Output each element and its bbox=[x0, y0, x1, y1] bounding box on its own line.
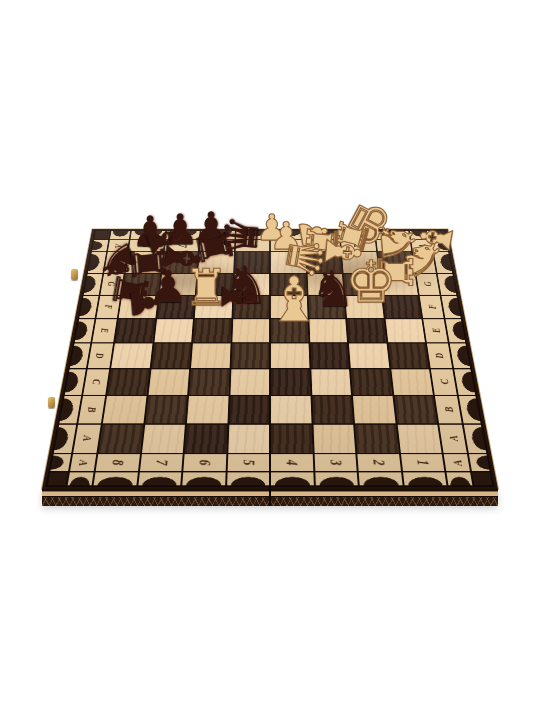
square-b6 bbox=[187, 396, 228, 423]
scallop-ornament bbox=[315, 472, 358, 485]
dark-bishop-piece: ♝ bbox=[214, 277, 259, 318]
label-glyph: C bbox=[437, 379, 450, 384]
square-d6 bbox=[191, 343, 230, 367]
scallop-ornament bbox=[138, 472, 181, 485]
square-c3 bbox=[311, 369, 351, 395]
square-a5 bbox=[228, 424, 269, 452]
square-c4 bbox=[271, 369, 310, 395]
scallop-ornament bbox=[271, 472, 313, 485]
rank-label-right-A: A bbox=[439, 424, 467, 452]
file-label-bottom-7: 7 bbox=[140, 454, 183, 471]
square-e8 bbox=[115, 319, 155, 342]
scallop-ornament bbox=[65, 369, 86, 395]
label-glyph: 2 bbox=[371, 460, 387, 466]
border-corner bbox=[472, 472, 492, 485]
file-label-bottom-4: 4 bbox=[271, 454, 313, 471]
label-glyph: C bbox=[90, 379, 103, 384]
square-c8 bbox=[107, 369, 149, 395]
scallop-ornament bbox=[227, 472, 269, 485]
product-photo-scene: A87654321AHHGGFFEEDDCCBBAAA87654321A ♟♟♟… bbox=[0, 0, 540, 720]
label-glyph: D bbox=[94, 353, 106, 358]
square-e2 bbox=[347, 319, 386, 342]
light-bishop-piece: ♝ bbox=[266, 269, 322, 331]
front-edge-fold-seam bbox=[269, 489, 271, 506]
square-a8 bbox=[98, 424, 142, 452]
label-glyph: E bbox=[429, 328, 441, 333]
scallop-ornament bbox=[79, 296, 98, 318]
square-d8 bbox=[111, 343, 152, 367]
scallop-ornament bbox=[359, 472, 402, 485]
square-b5 bbox=[229, 396, 269, 423]
rank-label-right-C: C bbox=[431, 369, 457, 395]
label-glyph: 5 bbox=[240, 460, 256, 466]
file-label-bottom-5: 5 bbox=[227, 454, 269, 471]
scallop-ornament bbox=[75, 319, 95, 342]
corner-ornament-label: A bbox=[70, 454, 96, 471]
square-e5 bbox=[232, 319, 269, 342]
brass-clasp bbox=[71, 269, 78, 280]
brass-clasp bbox=[48, 397, 55, 408]
label-glyph: B bbox=[442, 407, 455, 413]
board-front-edge bbox=[42, 489, 498, 506]
square-b4 bbox=[271, 396, 311, 423]
label-glyph: E bbox=[99, 328, 111, 333]
square-d5 bbox=[231, 343, 269, 367]
label-glyph: A bbox=[446, 436, 459, 442]
rank-label-right-B: B bbox=[435, 396, 462, 423]
label-glyph: D bbox=[433, 353, 445, 358]
square-c1 bbox=[391, 369, 433, 395]
rank-label-right-E: E bbox=[423, 319, 448, 342]
square-e7 bbox=[154, 319, 193, 342]
file-label-bottom-8: 8 bbox=[96, 454, 140, 471]
square-d7 bbox=[151, 343, 191, 367]
rank-label-right-D: D bbox=[427, 343, 452, 367]
square-d4 bbox=[271, 343, 309, 367]
square-e6 bbox=[193, 319, 231, 342]
scallop-ornament bbox=[68, 472, 94, 485]
square-b2 bbox=[353, 396, 395, 423]
scallop-ornament bbox=[450, 343, 470, 367]
file-label-bottom-2: 2 bbox=[357, 454, 400, 471]
scallop-ornament bbox=[182, 472, 225, 485]
label-glyph: A bbox=[80, 436, 93, 442]
square-b3 bbox=[312, 396, 353, 423]
scallop-ornament bbox=[403, 472, 447, 485]
file-label-bottom-1: 1 bbox=[401, 454, 445, 471]
label-glyph: 4 bbox=[284, 460, 300, 466]
square-a7 bbox=[142, 424, 185, 452]
file-label-bottom-6: 6 bbox=[183, 454, 225, 471]
rank-label-left-C: C bbox=[83, 369, 109, 395]
square-a1 bbox=[397, 424, 441, 452]
rank-label-right-F: F bbox=[420, 296, 444, 318]
square-d2 bbox=[349, 343, 389, 367]
square-c7 bbox=[148, 369, 189, 395]
label-glyph: 3 bbox=[327, 460, 343, 466]
scallop-ornament bbox=[70, 343, 90, 367]
square-a4 bbox=[271, 424, 312, 452]
scallop-ornament bbox=[94, 472, 138, 485]
label-glyph: 8 bbox=[110, 460, 126, 466]
square-b1 bbox=[394, 396, 437, 423]
rank-label-left-B: B bbox=[78, 396, 105, 423]
scallop-ornament bbox=[50, 454, 71, 471]
square-a3 bbox=[313, 424, 355, 452]
square-a6 bbox=[185, 424, 227, 452]
corner-ornament-glyph: A bbox=[450, 460, 464, 466]
corner-ornament-label: A bbox=[444, 454, 470, 471]
label-glyph: 7 bbox=[153, 460, 169, 466]
label-glyph: B bbox=[85, 407, 98, 413]
dark-pawn-piece: ♟ bbox=[125, 284, 166, 321]
square-b8 bbox=[103, 396, 146, 423]
rank-label-left-A: A bbox=[73, 424, 101, 452]
square-c5 bbox=[230, 369, 269, 395]
label-glyph: F bbox=[426, 304, 438, 309]
rank-label-left-E: E bbox=[92, 319, 117, 342]
corner-ornament-glyph: A bbox=[76, 460, 90, 466]
border-corner bbox=[94, 231, 110, 239]
square-d3 bbox=[310, 343, 349, 367]
scallop-ornament bbox=[469, 454, 490, 471]
scallop-ornament bbox=[445, 319, 465, 342]
square-b7 bbox=[145, 396, 187, 423]
scallop-ornament bbox=[441, 296, 460, 318]
square-d1 bbox=[388, 343, 429, 367]
file-label-bottom-3: 3 bbox=[314, 454, 356, 471]
scallop-ornament bbox=[454, 369, 475, 395]
scallop-ornament bbox=[464, 424, 486, 452]
scallop-ornament bbox=[459, 396, 481, 423]
border-corner bbox=[48, 472, 68, 485]
rank-label-left-D: D bbox=[88, 343, 113, 367]
square-e1 bbox=[385, 319, 425, 342]
square-c2 bbox=[351, 369, 392, 395]
square-a2 bbox=[355, 424, 398, 452]
label-glyph: 1 bbox=[414, 460, 430, 466]
scallop-ornament bbox=[446, 472, 472, 485]
label-glyph: 6 bbox=[197, 460, 213, 466]
square-c6 bbox=[189, 369, 229, 395]
